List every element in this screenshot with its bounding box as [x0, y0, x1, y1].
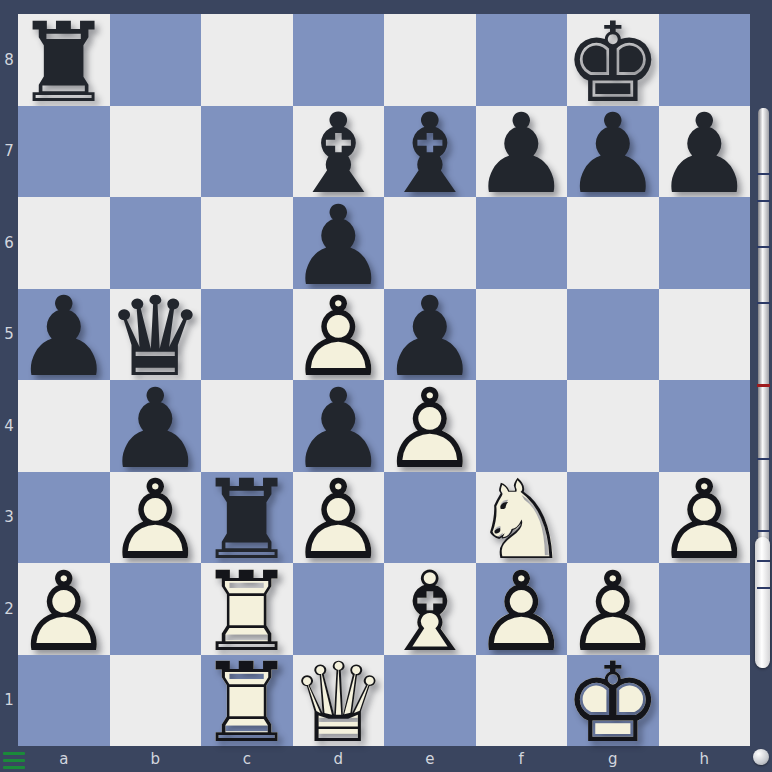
file-label-b: b: [110, 746, 202, 772]
rank-label-1: 1: [0, 655, 18, 747]
white-pawn[interactable]: ♟♙: [659, 472, 751, 564]
black-pawn[interactable]: ♟: [18, 289, 110, 381]
white-pawn[interactable]: ♟♙: [18, 563, 110, 655]
square-f6[interactable]: [476, 197, 568, 289]
black-pawn[interactable]: ♟: [476, 106, 568, 198]
square-h3[interactable]: ♟♙: [659, 472, 751, 564]
eval-scale-tick: [757, 530, 770, 532]
rank-label-8: 8: [0, 14, 18, 106]
piece-glyph-outline: ♖: [197, 649, 296, 759]
square-a4[interactable]: [18, 380, 110, 472]
square-e4[interactable]: ♟♙: [384, 380, 476, 472]
rank-label-3: 3: [0, 472, 18, 564]
square-g6[interactable]: [567, 197, 659, 289]
eval-bar: [750, 0, 772, 772]
square-f7[interactable]: ♟: [476, 106, 568, 198]
square-f2[interactable]: ♟♙: [476, 563, 568, 655]
eval-scale-tick: [757, 587, 770, 589]
white-pawn[interactable]: ♟♙: [293, 472, 385, 564]
square-d1[interactable]: ♛♕: [293, 655, 385, 747]
black-rook[interactable]: ♜: [18, 14, 110, 106]
white-bishop[interactable]: ♝♗: [384, 563, 476, 655]
white-to-move-indicator: [753, 749, 769, 765]
white-pawn[interactable]: ♟♙: [110, 472, 202, 564]
piece-glyph-fill: ♝: [380, 100, 479, 210]
square-b2[interactable]: [110, 563, 202, 655]
piece-glyph-fill: ♟: [563, 100, 662, 210]
eval-scale-tick: [757, 302, 770, 304]
eval-scale-tick: [757, 200, 770, 202]
piece-glyph-outline: ♕: [289, 649, 388, 759]
square-g4[interactable]: [567, 380, 659, 472]
file-label-c: c: [201, 746, 293, 772]
square-a1[interactable]: [18, 655, 110, 747]
file-label-f: f: [476, 746, 568, 772]
rank-label-2: 2: [0, 563, 18, 655]
menu-icon-bar: [3, 766, 25, 769]
rank-label-6: 6: [0, 197, 18, 289]
piece-glyph-fill: ♟: [655, 100, 754, 210]
menu-icon-bar: [3, 752, 25, 755]
square-b3[interactable]: ♟♙: [110, 472, 202, 564]
square-a7[interactable]: [18, 106, 110, 198]
piece-glyph-outline: ♙: [380, 374, 479, 484]
square-b1[interactable]: [110, 655, 202, 747]
square-a8[interactable]: ♜: [18, 14, 110, 106]
square-h2[interactable]: [659, 563, 751, 655]
white-queen[interactable]: ♛♕: [293, 655, 385, 747]
menu-icon-bar: [3, 759, 25, 762]
eval-scale-tick: [757, 560, 770, 562]
white-rook[interactable]: ♜♖: [201, 655, 293, 747]
square-g1[interactable]: ♚♔: [567, 655, 659, 747]
black-pawn[interactable]: ♟: [659, 106, 751, 198]
piece-glyph-outline: ♙: [14, 557, 113, 667]
rank-labels: 87654321: [0, 14, 18, 746]
square-b7[interactable]: [110, 106, 202, 198]
chess-app-window: ♜♚♝♝♟♟♟♟♟♛♟♙♟♟♟♟♙♟♙♜♟♙♞♘♟♙♟♙♜♖♝♗♟♙♟♙♜♖♛♕…: [0, 0, 772, 772]
piece-glyph-fill: ♜: [14, 8, 113, 118]
square-h7[interactable]: ♟: [659, 106, 751, 198]
chess-board: ♜♚♝♝♟♟♟♟♟♛♟♙♟♟♟♟♙♟♙♜♟♙♞♘♟♙♟♙♜♖♝♗♟♙♟♙♜♖♛♕…: [18, 14, 750, 746]
black-bishop[interactable]: ♝: [384, 106, 476, 198]
square-h6[interactable]: [659, 197, 751, 289]
square-c6[interactable]: [201, 197, 293, 289]
eval-scale-tick: [757, 458, 770, 460]
square-g7[interactable]: ♟: [567, 106, 659, 198]
black-pawn[interactable]: ♟: [567, 106, 659, 198]
square-c5[interactable]: [201, 289, 293, 381]
file-label-a: a: [18, 746, 110, 772]
square-d3[interactable]: ♟♙: [293, 472, 385, 564]
eval-center-mark: [757, 384, 770, 387]
piece-glyph-fill: ♟: [472, 100, 571, 210]
piece-glyph-fill: ♟: [14, 283, 113, 393]
piece-glyph-outline: ♗: [380, 557, 479, 667]
eval-bar-thumb[interactable]: [755, 537, 770, 668]
square-b8[interactable]: [110, 14, 202, 106]
square-e2[interactable]: ♝♗: [384, 563, 476, 655]
piece-glyph-outline: ♔: [563, 649, 662, 759]
piece-glyph-outline: ♙: [655, 466, 754, 576]
file-labels: abcdefgh: [18, 746, 750, 772]
white-king[interactable]: ♚♔: [567, 655, 659, 747]
white-pawn[interactable]: ♟♙: [476, 563, 568, 655]
square-c8[interactable]: [201, 14, 293, 106]
white-pawn[interactable]: ♟♙: [384, 380, 476, 472]
square-e7[interactable]: ♝: [384, 106, 476, 198]
square-c7[interactable]: [201, 106, 293, 198]
square-h1[interactable]: [659, 655, 751, 747]
square-g5[interactable]: [567, 289, 659, 381]
menu-icon[interactable]: [3, 752, 25, 769]
piece-glyph-outline: ♙: [289, 466, 388, 576]
file-label-d: d: [293, 746, 385, 772]
piece-glyph-outline: ♙: [472, 557, 571, 667]
square-f1[interactable]: [476, 655, 568, 747]
square-a5[interactable]: ♟: [18, 289, 110, 381]
square-h5[interactable]: [659, 289, 751, 381]
rank-label-4: 4: [0, 380, 18, 472]
file-label-g: g: [567, 746, 659, 772]
square-c1[interactable]: ♜♖: [201, 655, 293, 747]
square-a2[interactable]: ♟♙: [18, 563, 110, 655]
eval-scale-tick: [757, 246, 770, 248]
rank-label-5: 5: [0, 289, 18, 381]
square-f5[interactable]: [476, 289, 568, 381]
file-label-h: h: [659, 746, 751, 772]
square-e1[interactable]: [384, 655, 476, 747]
rank-label-7: 7: [0, 106, 18, 198]
piece-glyph-outline: ♙: [106, 466, 205, 576]
eval-scale-tick: [757, 173, 770, 175]
file-label-e: e: [384, 746, 476, 772]
